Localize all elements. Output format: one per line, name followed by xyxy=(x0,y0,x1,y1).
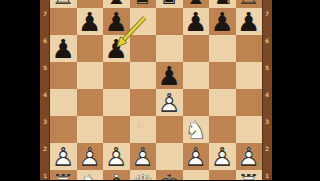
square-b5[interactable] xyxy=(77,62,104,89)
square-f1[interactable] xyxy=(183,170,210,180)
square-e7[interactable] xyxy=(156,8,183,35)
white-pawn[interactable]: ♟♙ xyxy=(105,144,128,170)
square-b6[interactable] xyxy=(77,35,104,62)
square-e6[interactable] xyxy=(156,35,183,62)
white-knight[interactable]: ♞♘ xyxy=(184,117,207,143)
rank-label-5: 5 xyxy=(262,64,272,71)
rank-label-2: 2 xyxy=(40,145,50,152)
square-b1[interactable]: ♞♘ xyxy=(77,170,104,180)
square-g7[interactable]: ♟ xyxy=(209,8,236,35)
black-pawn[interactable]: ♟ xyxy=(237,9,260,35)
rank-label-4: 4 xyxy=(40,91,50,98)
square-a1[interactable]: ♜♖ xyxy=(50,170,77,180)
black-king[interactable]: ♚ xyxy=(158,0,181,8)
rank-label-3: 3 xyxy=(262,118,272,125)
black-pawn[interactable]: ♟ xyxy=(105,36,128,62)
white-pawn[interactable]: ♟♙ xyxy=(237,144,260,170)
white-pawn[interactable]: ♟♙ xyxy=(211,144,234,170)
black-pawn[interactable]: ♟ xyxy=(211,9,234,35)
white-pawn[interactable]: ♟♙ xyxy=(158,90,181,116)
square-c6[interactable]: ♟ xyxy=(103,35,130,62)
square-e5[interactable]: ♟ xyxy=(156,62,183,89)
rank-label-3: 3 xyxy=(40,118,50,125)
square-e1[interactable]: ♚♔ xyxy=(156,170,183,180)
black-rook[interactable]: ♜ xyxy=(52,0,75,8)
square-h2[interactable]: ♟♙ xyxy=(236,143,263,170)
square-f3[interactable]: ♞♘ xyxy=(183,116,210,143)
white-bishop[interactable]: ♝♗ xyxy=(105,171,128,181)
square-g2[interactable]: ♟♙ xyxy=(209,143,236,170)
square-d1[interactable]: ♛♕ xyxy=(130,170,157,180)
chess-video-frame: 87654321 87654321 ♜♝♛♚♝♞♜♟♟♟♟♟♟♟♟♟♙♞♘♟♙♟… xyxy=(0,0,320,180)
white-pawn[interactable]: ♟♙ xyxy=(131,144,154,170)
rank-label-2: 2 xyxy=(262,145,272,152)
square-f5[interactable] xyxy=(183,62,210,89)
white-pawn[interactable]: ♟♙ xyxy=(184,144,207,170)
rank-label-6: 6 xyxy=(262,37,272,44)
square-a2[interactable]: ♟♙ xyxy=(50,143,77,170)
square-f4[interactable] xyxy=(183,89,210,116)
square-e3[interactable] xyxy=(156,116,183,143)
square-e8[interactable]: ♚ xyxy=(156,0,183,8)
square-g6[interactable] xyxy=(209,35,236,62)
square-g4[interactable] xyxy=(209,89,236,116)
white-rook[interactable]: ♜♖ xyxy=(237,171,260,181)
square-c5[interactable] xyxy=(103,62,130,89)
black-pawn[interactable]: ♟ xyxy=(158,63,181,89)
square-c2[interactable]: ♟♙ xyxy=(103,143,130,170)
square-a8[interactable]: ♜ xyxy=(50,0,77,8)
white-pawn[interactable]: ♟♙ xyxy=(78,144,101,170)
square-d2[interactable]: ♟♙ xyxy=(130,143,157,170)
square-a5[interactable] xyxy=(50,62,77,89)
square-a6[interactable]: ♟ xyxy=(50,35,77,62)
square-d8[interactable]: ♛ xyxy=(130,0,157,8)
square-b3[interactable] xyxy=(77,116,104,143)
square-e4[interactable]: ♟♙ xyxy=(156,89,183,116)
square-d3[interactable] xyxy=(130,116,157,143)
square-b7[interactable]: ♟ xyxy=(77,8,104,35)
black-pawn[interactable]: ♟ xyxy=(52,36,75,62)
square-f6[interactable] xyxy=(183,35,210,62)
rank-coordinates-left: 87654321 xyxy=(40,0,50,180)
rank-label-7: 7 xyxy=(40,10,50,17)
black-pawn[interactable]: ♟ xyxy=(184,9,207,35)
square-f7[interactable]: ♟ xyxy=(183,8,210,35)
rank-label-4: 4 xyxy=(262,91,272,98)
square-d4[interactable] xyxy=(130,89,157,116)
white-rook[interactable]: ♜♖ xyxy=(52,171,75,181)
square-h4[interactable] xyxy=(236,89,263,116)
square-b4[interactable] xyxy=(77,89,104,116)
square-g5[interactable] xyxy=(209,62,236,89)
square-a3[interactable] xyxy=(50,116,77,143)
square-h5[interactable] xyxy=(236,62,263,89)
square-f2[interactable]: ♟♙ xyxy=(183,143,210,170)
square-e2[interactable] xyxy=(156,143,183,170)
rank-label-6: 6 xyxy=(40,37,50,44)
square-a7[interactable] xyxy=(50,8,77,35)
square-g3[interactable] xyxy=(209,116,236,143)
square-h7[interactable]: ♟ xyxy=(236,8,263,35)
square-c4[interactable] xyxy=(103,89,130,116)
white-king[interactable]: ♚♔ xyxy=(158,171,181,181)
square-h3[interactable] xyxy=(236,116,263,143)
square-d5[interactable] xyxy=(130,62,157,89)
square-c7[interactable]: ♟ xyxy=(103,8,130,35)
square-d6[interactable] xyxy=(130,35,157,62)
square-h6[interactable] xyxy=(236,35,263,62)
rank-label-1: 1 xyxy=(262,172,272,179)
black-pawn[interactable]: ♟ xyxy=(105,9,128,35)
black-pawn[interactable]: ♟ xyxy=(78,9,101,35)
chess-board[interactable]: ♜♝♛♚♝♞♜♟♟♟♟♟♟♟♟♟♙♞♘♟♙♟♙♟♙♟♙♟♙♟♙♟♙♜♖♞♘♝♗♛… xyxy=(50,0,262,180)
square-d7[interactable] xyxy=(130,8,157,35)
square-a4[interactable] xyxy=(50,89,77,116)
white-pawn[interactable]: ♟♙ xyxy=(52,144,75,170)
rank-coordinates-right: 87654321 xyxy=(262,0,272,180)
white-queen[interactable]: ♛♕ xyxy=(131,171,154,181)
square-g1[interactable] xyxy=(209,170,236,180)
black-queen[interactable]: ♛ xyxy=(131,0,154,8)
rank-label-5: 5 xyxy=(40,64,50,71)
rank-label-1: 1 xyxy=(40,172,50,179)
white-knight[interactable]: ♞♘ xyxy=(78,171,101,181)
square-c1[interactable]: ♝♗ xyxy=(103,170,130,180)
rank-label-7: 7 xyxy=(262,10,272,17)
square-h1[interactable]: ♜♖ xyxy=(236,170,263,180)
square-b2[interactable]: ♟♙ xyxy=(77,143,104,170)
square-c3[interactable] xyxy=(103,116,130,143)
